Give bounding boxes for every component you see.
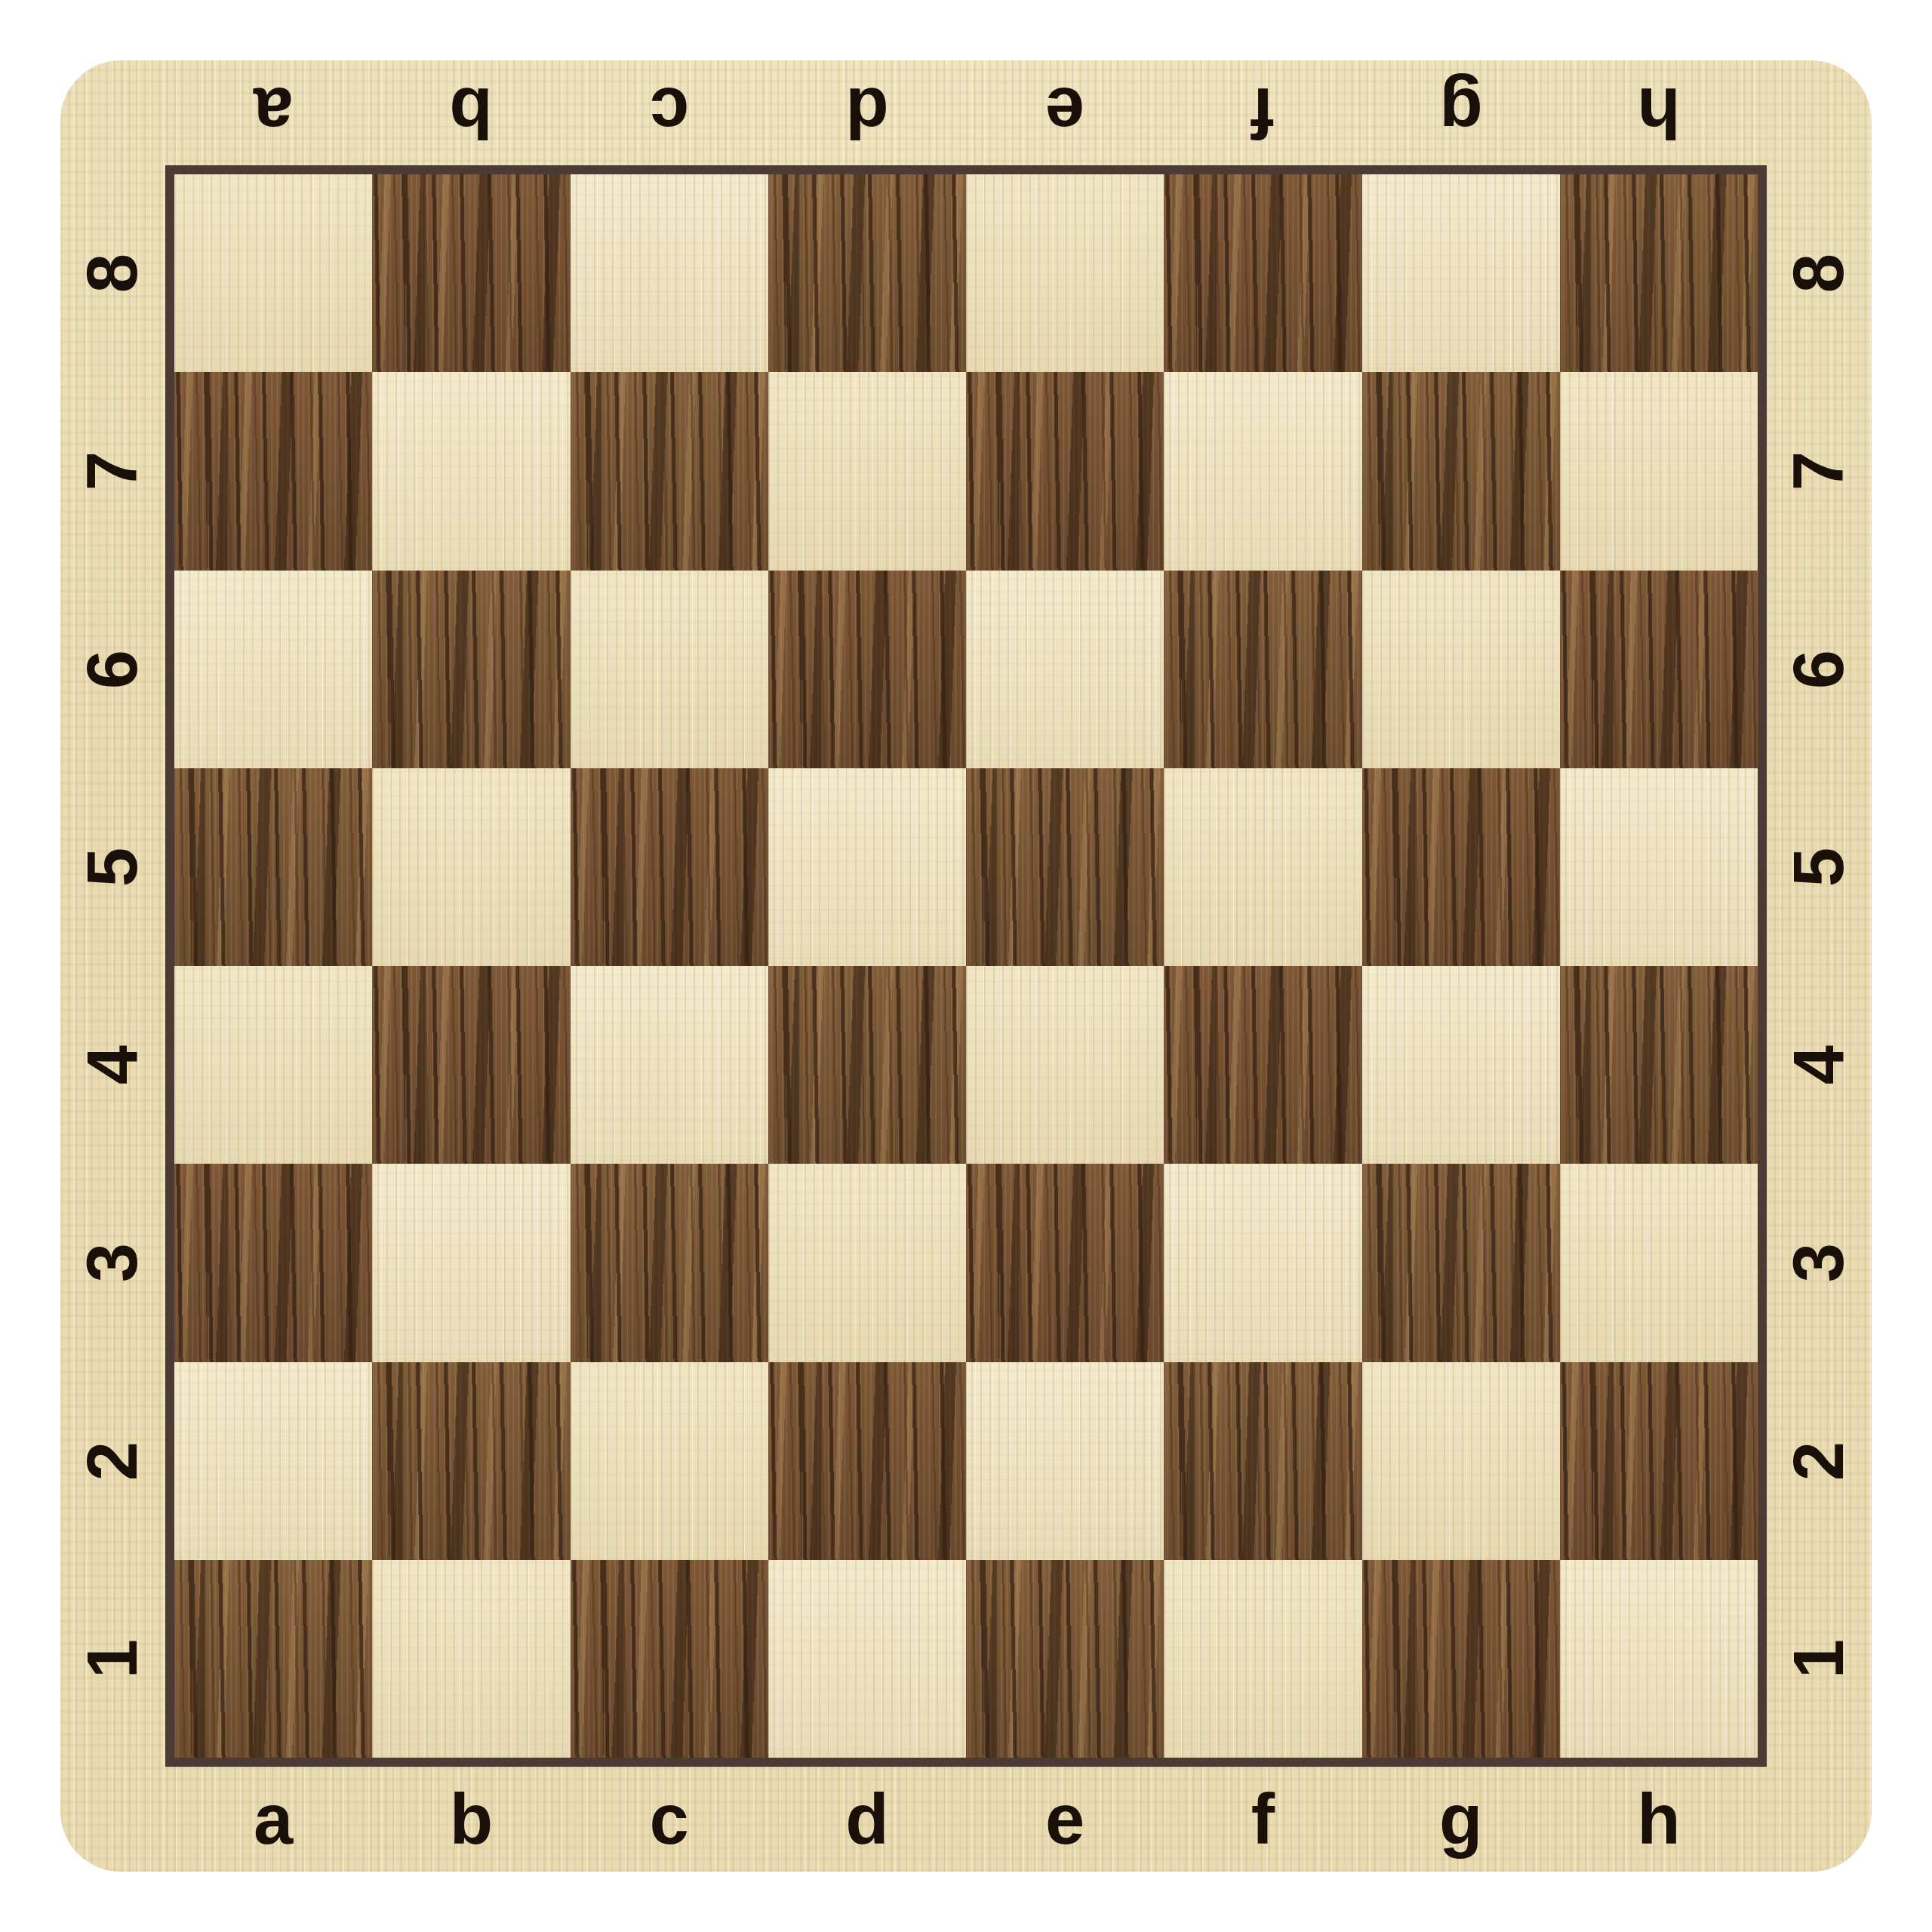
square-f2[interactable] — [1164, 1362, 1361, 1560]
file-label-top-b: b — [372, 60, 570, 165]
square-h4[interactable] — [1560, 966, 1758, 1164]
square-h3[interactable] — [1560, 1164, 1758, 1361]
board-grid — [174, 174, 1758, 1758]
square-g1[interactable] — [1362, 1560, 1560, 1758]
square-b3[interactable] — [372, 1164, 570, 1361]
file-label-top-e: e — [966, 60, 1164, 165]
square-a6[interactable] — [174, 571, 372, 768]
square-a5[interactable] — [174, 768, 372, 966]
chessboard-mat: abcdefgh abcdefgh 87654321 87654321 — [60, 60, 1872, 1872]
square-a2[interactable] — [174, 1362, 372, 1560]
square-f8[interactable] — [1164, 174, 1361, 372]
file-label-top-a: a — [174, 60, 372, 165]
square-a7[interactable] — [174, 372, 372, 570]
file-label-bottom-b: b — [372, 1767, 570, 1872]
square-g4[interactable] — [1362, 966, 1560, 1164]
square-f6[interactable] — [1164, 571, 1361, 768]
file-label-bottom-a: a — [174, 1767, 372, 1872]
square-c7[interactable] — [571, 372, 768, 570]
file-label-top-g: g — [1362, 60, 1560, 165]
square-d7[interactable] — [768, 372, 966, 570]
square-a1[interactable] — [174, 1560, 372, 1758]
square-h2[interactable] — [1560, 1362, 1758, 1560]
file-label-top-h: h — [1560, 60, 1758, 165]
square-e2[interactable] — [966, 1362, 1164, 1560]
square-e7[interactable] — [966, 372, 1164, 570]
square-g2[interactable] — [1362, 1362, 1560, 1560]
square-e1[interactable] — [966, 1560, 1164, 1758]
file-label-top-f: f — [1164, 60, 1361, 165]
square-c2[interactable] — [571, 1362, 768, 1560]
file-label-bottom-c: c — [571, 1767, 768, 1872]
square-b1[interactable] — [372, 1560, 570, 1758]
square-c1[interactable] — [571, 1560, 768, 1758]
square-f5[interactable] — [1164, 768, 1361, 966]
square-d3[interactable] — [768, 1164, 966, 1361]
square-h7[interactable] — [1560, 372, 1758, 570]
square-d8[interactable] — [768, 174, 966, 372]
square-d6[interactable] — [768, 571, 966, 768]
square-b4[interactable] — [372, 966, 570, 1164]
square-g8[interactable] — [1362, 174, 1560, 372]
file-label-bottom-e: e — [966, 1767, 1164, 1872]
square-c3[interactable] — [571, 1164, 768, 1361]
square-c4[interactable] — [571, 966, 768, 1164]
square-f1[interactable] — [1164, 1560, 1361, 1758]
square-f7[interactable] — [1164, 372, 1361, 570]
square-e5[interactable] — [966, 768, 1164, 966]
square-g7[interactable] — [1362, 372, 1560, 570]
square-b7[interactable] — [372, 372, 570, 570]
square-d4[interactable] — [768, 966, 966, 1164]
square-h6[interactable] — [1560, 571, 1758, 768]
board-frame — [165, 165, 1767, 1767]
square-e4[interactable] — [966, 966, 1164, 1164]
rank-labels-right: 87654321 — [1767, 174, 1872, 1758]
square-d1[interactable] — [768, 1560, 966, 1758]
square-c8[interactable] — [571, 174, 768, 372]
file-labels-top: abcdefgh — [174, 60, 1758, 165]
square-e3[interactable] — [966, 1164, 1164, 1361]
square-b8[interactable] — [372, 174, 570, 372]
square-a8[interactable] — [174, 174, 372, 372]
square-d5[interactable] — [768, 768, 966, 966]
file-label-top-c: c — [571, 60, 768, 165]
file-label-bottom-f: f — [1164, 1767, 1361, 1872]
square-a4[interactable] — [174, 966, 372, 1164]
chessboard-screenshot: abcdefgh abcdefgh 87654321 87654321 — [0, 0, 1932, 1932]
square-e8[interactable] — [966, 174, 1164, 372]
file-labels-bottom: abcdefgh — [174, 1767, 1758, 1872]
file-label-top-d: d — [768, 60, 966, 165]
square-g6[interactable] — [1362, 571, 1560, 768]
rank-labels-left: 87654321 — [60, 174, 165, 1758]
square-h8[interactable] — [1560, 174, 1758, 372]
square-a3[interactable] — [174, 1164, 372, 1361]
square-b6[interactable] — [372, 571, 570, 768]
square-c5[interactable] — [571, 768, 768, 966]
square-f3[interactable] — [1164, 1164, 1361, 1361]
square-b5[interactable] — [372, 768, 570, 966]
square-h5[interactable] — [1560, 768, 1758, 966]
square-g3[interactable] — [1362, 1164, 1560, 1361]
square-c6[interactable] — [571, 571, 768, 768]
square-f4[interactable] — [1164, 966, 1361, 1164]
square-e6[interactable] — [966, 571, 1164, 768]
square-d2[interactable] — [768, 1362, 966, 1560]
square-g5[interactable] — [1362, 768, 1560, 966]
file-label-bottom-g: g — [1362, 1767, 1560, 1872]
square-b2[interactable] — [372, 1362, 570, 1560]
file-label-bottom-d: d — [768, 1767, 966, 1872]
file-label-bottom-h: h — [1560, 1767, 1758, 1872]
square-h1[interactable] — [1560, 1560, 1758, 1758]
